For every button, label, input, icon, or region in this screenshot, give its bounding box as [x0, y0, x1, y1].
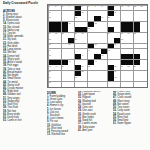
clue-item: 63. Came in first — [3, 120, 45, 123]
letter-cell[interactable]: 12 — [134, 6, 140, 11]
letter-cell[interactable] — [94, 33, 100, 38]
letter-cell[interactable]: 55 — [127, 65, 133, 70]
letter-cell[interactable] — [81, 60, 87, 65]
letter-cell[interactable]: 26 — [62, 33, 68, 38]
letter-cell[interactable] — [81, 38, 87, 43]
letter-cell[interactable] — [94, 65, 100, 70]
letter-cell[interactable]: 54 — [121, 65, 127, 70]
letter-cell[interactable] — [68, 54, 74, 59]
letter-cell[interactable] — [81, 76, 87, 81]
letter-cell[interactable] — [101, 11, 107, 16]
cell-number: 62 — [114, 76, 116, 78]
block-cell — [121, 27, 127, 32]
letter-cell[interactable] — [121, 16, 127, 21]
block-cell — [49, 27, 55, 32]
letter-cell[interactable]: 32 — [134, 33, 140, 38]
letter-cell[interactable] — [68, 65, 74, 70]
cell-number: 57 — [49, 70, 51, 72]
letter-cell[interactable] — [140, 11, 146, 16]
letter-cell[interactable] — [140, 60, 146, 65]
letter-cell[interactable] — [134, 71, 140, 76]
cell-number: 23 — [88, 27, 90, 29]
letter-cell[interactable] — [68, 27, 74, 32]
cell-number: 38 — [95, 43, 97, 45]
letter-cell[interactable]: 3 — [62, 6, 68, 11]
letter-cell[interactable] — [134, 44, 140, 49]
cell-number: 56 — [134, 65, 136, 67]
letter-cell[interactable]: 61 — [75, 76, 81, 81]
letter-cell[interactable] — [55, 82, 61, 87]
letter-cell[interactable]: 9 — [114, 6, 120, 11]
letter-cell[interactable] — [94, 82, 100, 87]
cell-number: 20 — [108, 16, 110, 18]
letter-cell[interactable] — [127, 16, 133, 21]
block-cell — [108, 76, 114, 81]
block-cell — [62, 27, 68, 32]
letter-cell[interactable]: 46 — [68, 60, 74, 65]
cell-number: 50 — [62, 65, 64, 67]
letter-cell[interactable] — [134, 76, 140, 81]
cell-number: 63 — [49, 81, 51, 83]
letter-cell[interactable] — [101, 76, 107, 81]
letter-cell[interactable] — [140, 82, 146, 87]
letter-cell[interactable] — [75, 60, 81, 65]
letter-cell[interactable] — [94, 49, 100, 54]
across-clues-column: ACROSS 1. Sleep spot5. Wander about9. Sh… — [3, 9, 45, 147]
cell-number: 15 — [82, 11, 84, 13]
cell-number: 2 — [55, 5, 56, 7]
letter-cell[interactable]: 40 — [49, 49, 55, 54]
block-cell — [55, 60, 61, 65]
letter-cell[interactable] — [108, 54, 114, 59]
letter-cell[interactable] — [101, 22, 107, 27]
letter-cell[interactable] — [55, 54, 61, 59]
letter-cell[interactable] — [127, 76, 133, 81]
across-clue-list: 1. Sleep spot5. Wander about9. Sharp tas… — [3, 14, 45, 124]
cell-number: 37 — [68, 43, 70, 45]
block-cell — [49, 22, 55, 27]
cell-number: 1 — [49, 5, 50, 7]
letter-cell[interactable] — [140, 54, 146, 59]
cell-number: 26 — [62, 32, 64, 34]
block-cell — [55, 27, 61, 32]
letter-cell[interactable] — [127, 71, 133, 76]
cell-number: 6 — [88, 5, 89, 7]
letter-cell[interactable] — [108, 22, 114, 27]
block-cell — [75, 54, 81, 59]
block-cell — [88, 60, 94, 65]
block-cell — [134, 54, 140, 59]
down-clues-column-2: 18. Hawaiian dance20. Light beam25. Ripp… — [78, 91, 110, 148]
cell-number: 21 — [68, 22, 70, 24]
letter-cell[interactable] — [121, 76, 127, 81]
letter-cell[interactable]: 4 — [68, 6, 74, 11]
cell-number: 5 — [82, 5, 83, 7]
block-cell — [134, 22, 140, 27]
letter-cell[interactable] — [140, 71, 146, 76]
letter-cell[interactable] — [55, 71, 61, 76]
letter-cell[interactable] — [114, 54, 120, 59]
letter-cell[interactable]: 60 — [49, 76, 55, 81]
letter-cell[interactable]: 20 — [108, 16, 114, 21]
cell-number: 60 — [49, 76, 51, 78]
letter-cell[interactable] — [134, 38, 140, 43]
letter-cell[interactable]: 59 — [114, 71, 120, 76]
block-cell — [108, 27, 114, 32]
letter-cell[interactable]: 42 — [108, 49, 114, 54]
cell-number: 34 — [75, 38, 77, 40]
down-clues-column-1: DOWN 1. Farm building2. Great Lake3. Low… — [47, 91, 75, 148]
letter-cell[interactable] — [55, 16, 61, 21]
letter-cell[interactable] — [121, 11, 127, 16]
crossword-page: Daily Crossword Puzzle ACROSS 1. Sleep s… — [0, 0, 150, 150]
cell-number: 22 — [95, 22, 97, 24]
cell-number: 49 — [55, 65, 57, 67]
letter-cell[interactable] — [134, 16, 140, 21]
letter-cell[interactable] — [75, 49, 81, 54]
letter-cell[interactable]: 36 — [49, 44, 55, 49]
letter-cell[interactable] — [62, 49, 68, 54]
block-cell — [108, 65, 114, 70]
letter-cell[interactable] — [68, 49, 74, 54]
letter-cell[interactable] — [121, 44, 127, 49]
letter-cell[interactable]: 17 — [49, 16, 55, 21]
cell-number: 12 — [134, 5, 136, 7]
block-cell — [108, 11, 114, 16]
letter-cell[interactable] — [62, 76, 68, 81]
letter-cell[interactable] — [62, 44, 68, 49]
cell-number: 45 — [101, 54, 103, 56]
letter-cell[interactable]: 14 — [49, 11, 55, 16]
cell-number: 24 — [49, 32, 51, 34]
letter-cell[interactable] — [114, 27, 120, 32]
letter-cell[interactable]: 5 — [81, 6, 87, 11]
letter-cell[interactable]: 31 — [127, 33, 133, 38]
cell-number: 43 — [49, 54, 51, 56]
cell-number: 44 — [82, 54, 84, 56]
cell-number: 35 — [121, 38, 123, 40]
letter-cell[interactable] — [101, 44, 107, 49]
letter-cell[interactable] — [140, 27, 146, 32]
letter-cell[interactable] — [81, 16, 87, 21]
letter-cell[interactable] — [114, 33, 120, 38]
letter-cell[interactable] — [114, 49, 120, 54]
letter-cell[interactable] — [114, 16, 120, 21]
letter-cell[interactable] — [55, 11, 61, 16]
letter-cell[interactable]: 27 — [75, 33, 81, 38]
letter-cell[interactable]: 30 — [121, 33, 127, 38]
letter-cell[interactable]: 50 — [62, 65, 68, 70]
letter-cell[interactable]: 48 — [49, 65, 55, 70]
letter-cell[interactable] — [127, 49, 133, 54]
letter-cell[interactable] — [62, 38, 68, 43]
down-clue-list-2: 18. Hawaiian dance20. Light beam25. Ripp… — [78, 91, 110, 133]
cell-number: 9 — [114, 5, 115, 7]
down-clue-list-3: 42. Frozen rain45. Grape drink47. Clock … — [113, 91, 148, 126]
letter-cell[interactable] — [81, 82, 87, 87]
block-cell — [88, 44, 94, 49]
block-cell — [127, 54, 133, 59]
letter-cell[interactable] — [101, 38, 107, 43]
letter-cell[interactable] — [94, 76, 100, 81]
letter-cell[interactable] — [81, 49, 87, 54]
cell-number: 51 — [82, 65, 84, 67]
block-cell — [127, 22, 133, 27]
cell-number: 40 — [49, 49, 51, 51]
clue-item: 61. Swim flipper — [113, 123, 148, 126]
block-cell — [127, 27, 133, 32]
cell-number: 14 — [49, 11, 51, 13]
block-cell — [62, 60, 68, 65]
letter-cell[interactable] — [68, 71, 74, 76]
letter-cell[interactable] — [75, 82, 81, 87]
cell-number: 46 — [68, 60, 70, 62]
letter-cell[interactable] — [101, 65, 107, 70]
letter-cell[interactable]: 58 — [81, 71, 87, 76]
letter-cell[interactable]: 38 — [94, 44, 100, 49]
letter-cell[interactable] — [140, 16, 146, 21]
block-cell — [121, 54, 127, 59]
cell-number: 48 — [49, 65, 51, 67]
cell-number: 59 — [114, 70, 116, 72]
letter-cell[interactable] — [114, 22, 120, 27]
cell-number: 8 — [101, 5, 102, 7]
letter-cell[interactable]: 6 — [88, 6, 94, 11]
block-cell — [68, 38, 74, 43]
letter-cell[interactable] — [127, 11, 133, 16]
clue-item: 41. Arm joint — [78, 130, 110, 133]
letter-cell[interactable] — [62, 82, 68, 87]
cell-number: 18 — [75, 16, 77, 18]
block-cell — [75, 71, 81, 76]
cell-number: 61 — [75, 76, 77, 78]
letter-cell[interactable] — [108, 82, 114, 87]
letter-cell[interactable]: 15 — [81, 11, 87, 16]
letter-cell[interactable] — [88, 11, 94, 16]
cell-number: 16 — [114, 11, 116, 13]
letter-cell[interactable] — [62, 16, 68, 21]
clue-item: 13. Stitched line — [47, 134, 75, 137]
letter-cell[interactable] — [114, 82, 120, 87]
letter-cell[interactable]: 21 — [68, 22, 74, 27]
down-clue-list-1: 1. Farm building2. Great Lake3. Low vall… — [47, 96, 75, 138]
block-cell — [75, 11, 81, 16]
letter-cell[interactable]: 22 — [94, 22, 100, 27]
cell-number: 53 — [114, 65, 116, 67]
letter-cell[interactable]: 13 — [140, 6, 146, 11]
letter-cell[interactable] — [121, 49, 127, 54]
cell-number: 55 — [128, 65, 130, 67]
cell-number: 47 — [95, 60, 97, 62]
cell-number: 54 — [121, 65, 123, 67]
letter-cell[interactable] — [101, 82, 107, 87]
block-cell — [75, 65, 81, 70]
letter-cell[interactable]: 47 — [94, 60, 100, 65]
letter-cell[interactable]: 8 — [101, 6, 107, 11]
letter-cell[interactable] — [55, 49, 61, 54]
letter-cell[interactable] — [134, 11, 140, 16]
block-cell — [108, 44, 114, 49]
letter-cell[interactable]: 16 — [114, 11, 120, 16]
letter-cell[interactable] — [101, 60, 107, 65]
letter-cell[interactable] — [134, 82, 140, 87]
letter-cell[interactable]: 34 — [75, 38, 81, 43]
letter-cell[interactable] — [62, 11, 68, 16]
letter-cell[interactable] — [121, 82, 127, 87]
page-title: Daily Crossword Puzzle — [3, 2, 45, 5]
block-cell — [94, 16, 100, 21]
letter-cell[interactable] — [68, 33, 74, 38]
block-cell — [75, 27, 81, 32]
cell-number: 3 — [62, 5, 63, 7]
cell-number: 31 — [128, 32, 130, 34]
letter-cell[interactable]: 19 — [101, 16, 107, 21]
block-cell — [49, 60, 55, 65]
cell-number: 52 — [88, 65, 90, 67]
cell-number: 10 — [121, 5, 123, 7]
letter-cell[interactable] — [127, 82, 133, 87]
cell-number: 25 — [55, 32, 57, 34]
cell-number: 58 — [82, 70, 84, 72]
letter-cell[interactable] — [55, 76, 61, 81]
letter-cell[interactable] — [134, 49, 140, 54]
letter-cell[interactable]: 24 — [49, 33, 55, 38]
block-cell — [121, 22, 127, 27]
down-clues-column-3: 42. Frozen rain45. Grape drink47. Clock … — [113, 91, 148, 148]
letter-cell[interactable]: 1 — [49, 6, 55, 11]
cell-number: 42 — [108, 49, 110, 51]
letter-cell[interactable]: 37 — [68, 44, 74, 49]
letter-cell[interactable]: 28 — [81, 33, 87, 38]
letter-cell[interactable] — [140, 22, 146, 27]
letter-cell[interactable] — [94, 71, 100, 76]
letter-cell[interactable]: 57 — [49, 71, 55, 76]
letter-cell[interactable] — [140, 38, 146, 43]
letter-cell[interactable]: 23 — [88, 27, 94, 32]
letter-cell[interactable] — [101, 27, 107, 32]
block-cell — [81, 27, 87, 32]
letter-cell[interactable]: 25 — [55, 33, 61, 38]
letter-cell[interactable] — [88, 38, 94, 43]
letter-cell[interactable] — [140, 65, 146, 70]
letter-cell[interactable] — [88, 33, 94, 38]
letter-cell[interactable] — [55, 44, 61, 49]
letter-cell[interactable] — [62, 54, 68, 59]
letter-cell[interactable]: 51 — [81, 65, 87, 70]
letter-cell[interactable]: 2 — [55, 6, 61, 11]
cell-number: 41 — [88, 49, 90, 51]
cell-number: 11 — [128, 5, 130, 7]
letter-cell[interactable] — [55, 38, 61, 43]
letter-cell[interactable] — [108, 38, 114, 43]
letter-cell[interactable] — [68, 11, 74, 16]
letter-cell[interactable]: 7 — [94, 6, 100, 11]
letter-cell[interactable] — [94, 38, 100, 43]
cell-number: 32 — [134, 32, 136, 34]
letter-cell[interactable] — [88, 82, 94, 87]
crossword-grid[interactable]: 1234567891011121314151617181920212223242… — [47, 4, 148, 88]
cell-number: 13 — [141, 5, 143, 7]
cell-number: 36 — [49, 43, 51, 45]
letter-cell[interactable]: 62 — [114, 76, 120, 81]
cell-number: 33 — [49, 38, 51, 40]
letter-cell[interactable]: 45 — [101, 54, 107, 59]
letter-cell[interactable] — [68, 16, 74, 21]
letter-cell[interactable] — [88, 71, 94, 76]
block-cell — [108, 6, 114, 11]
block-cell — [75, 6, 81, 11]
letter-cell[interactable] — [68, 82, 74, 87]
cell-number: 4 — [68, 5, 69, 7]
letter-cell[interactable] — [88, 76, 94, 81]
letter-cell[interactable] — [127, 38, 133, 43]
letter-cell[interactable] — [101, 71, 107, 76]
block-cell — [55, 22, 61, 27]
letter-cell[interactable] — [75, 44, 81, 49]
cell-number: 17 — [49, 16, 51, 18]
letter-cell[interactable] — [94, 27, 100, 32]
letter-cell[interactable]: 11 — [127, 6, 133, 11]
letter-cell[interactable]: 10 — [121, 6, 127, 11]
letter-cell[interactable]: 39 — [114, 44, 120, 49]
letter-cell[interactable] — [81, 44, 87, 49]
cell-number: 27 — [75, 32, 77, 34]
letter-cell[interactable] — [88, 54, 94, 59]
letter-cell[interactable]: 43 — [49, 54, 55, 59]
letter-cell[interactable]: 49 — [55, 65, 61, 70]
letter-cell[interactable] — [127, 44, 133, 49]
letter-cell[interactable]: 63 — [49, 82, 55, 87]
letter-cell[interactable]: 56 — [134, 65, 140, 70]
cell-number: 7 — [95, 5, 96, 7]
letter-cell[interactable] — [140, 44, 146, 49]
letter-cell[interactable]: 52 — [88, 65, 94, 70]
letter-cell[interactable] — [108, 60, 114, 65]
letter-cell[interactable]: 53 — [114, 65, 120, 70]
letter-cell[interactable]: 33 — [49, 38, 55, 43]
cell-number: 30 — [121, 32, 123, 34]
letter-cell[interactable] — [94, 11, 100, 16]
letter-cell[interactable] — [62, 71, 68, 76]
letter-cell[interactable] — [75, 22, 81, 27]
letter-cell[interactable] — [121, 71, 127, 76]
letter-cell[interactable]: 44 — [81, 54, 87, 59]
letter-cell[interactable]: 41 — [88, 49, 94, 54]
letter-cell[interactable] — [140, 49, 146, 54]
letter-cell[interactable] — [88, 16, 94, 21]
letter-cell[interactable] — [68, 76, 74, 81]
cell-number: 28 — [82, 32, 84, 34]
letter-cell[interactable] — [101, 33, 107, 38]
block-cell — [62, 22, 68, 27]
block-cell — [88, 22, 94, 27]
letter-cell[interactable]: 29 — [108, 33, 114, 38]
cell-number: 29 — [108, 32, 110, 34]
block-cell — [127, 60, 133, 65]
letter-cell[interactable] — [140, 33, 146, 38]
letter-cell[interactable]: 35 — [121, 38, 127, 43]
block-cell — [114, 38, 120, 43]
letter-cell[interactable] — [114, 60, 120, 65]
cell-number: 39 — [114, 43, 116, 45]
letter-cell[interactable]: 18 — [75, 16, 81, 21]
block-cell — [134, 60, 140, 65]
block-cell — [121, 60, 127, 65]
letter-cell[interactable] — [81, 22, 87, 27]
block-cell — [101, 49, 107, 54]
block-cell — [94, 54, 100, 59]
letter-cell[interactable] — [140, 76, 146, 81]
